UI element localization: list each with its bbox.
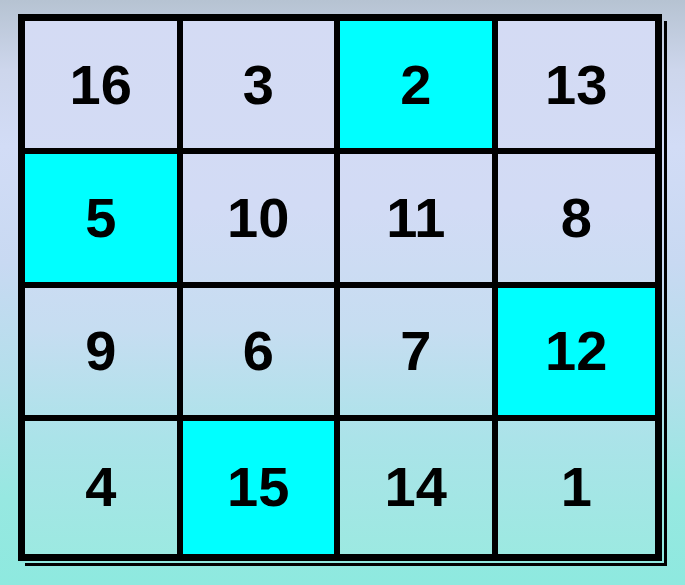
cell-value: 2: [400, 57, 431, 113]
cell-r3c2[interactable]: 6: [183, 288, 341, 421]
cell-r2c4[interactable]: 8: [498, 154, 656, 287]
cell-value: 12: [545, 323, 607, 379]
cell-r3c4[interactable]: 12: [498, 288, 656, 421]
cell-value: 1: [561, 459, 592, 515]
cell-value: 8: [561, 190, 592, 246]
cell-r4c1[interactable]: 4: [25, 421, 183, 554]
slide-background: 16 3 2 13 5 10 11 8 9 6 7 12 4 15 14 1: [0, 0, 685, 585]
cell-r4c3[interactable]: 14: [340, 421, 498, 554]
cell-value: 6: [243, 323, 274, 379]
cell-value: 5: [85, 190, 116, 246]
cell-r2c3[interactable]: 11: [340, 154, 498, 287]
cell-r3c1[interactable]: 9: [25, 288, 183, 421]
cell-r1c4[interactable]: 13: [498, 21, 656, 154]
magic-square-table: 16 3 2 13 5 10 11 8 9 6 7 12 4 15 14 1: [18, 14, 662, 561]
cell-value: 13: [545, 57, 607, 113]
cell-r2c2[interactable]: 10: [183, 154, 341, 287]
cell-r4c2[interactable]: 15: [183, 421, 341, 554]
magic-square-grid: 16 3 2 13 5 10 11 8 9 6 7 12 4 15 14 1: [18, 14, 662, 561]
cell-value: 14: [385, 459, 447, 515]
cell-value: 10: [227, 190, 289, 246]
cell-value: 11: [386, 190, 445, 246]
cell-value: 7: [400, 323, 431, 379]
cell-value: 3: [243, 57, 274, 113]
cell-r1c1[interactable]: 16: [25, 21, 183, 154]
cell-r3c3[interactable]: 7: [340, 288, 498, 421]
cell-r1c2[interactable]: 3: [183, 21, 341, 154]
cell-value: 4: [85, 459, 116, 515]
cell-r1c3[interactable]: 2: [340, 21, 498, 154]
cell-value: 15: [227, 459, 289, 515]
cell-r2c1[interactable]: 5: [25, 154, 183, 287]
cell-value: 9: [85, 323, 116, 379]
cell-r4c4[interactable]: 1: [498, 421, 656, 554]
cell-value: 16: [70, 57, 132, 113]
